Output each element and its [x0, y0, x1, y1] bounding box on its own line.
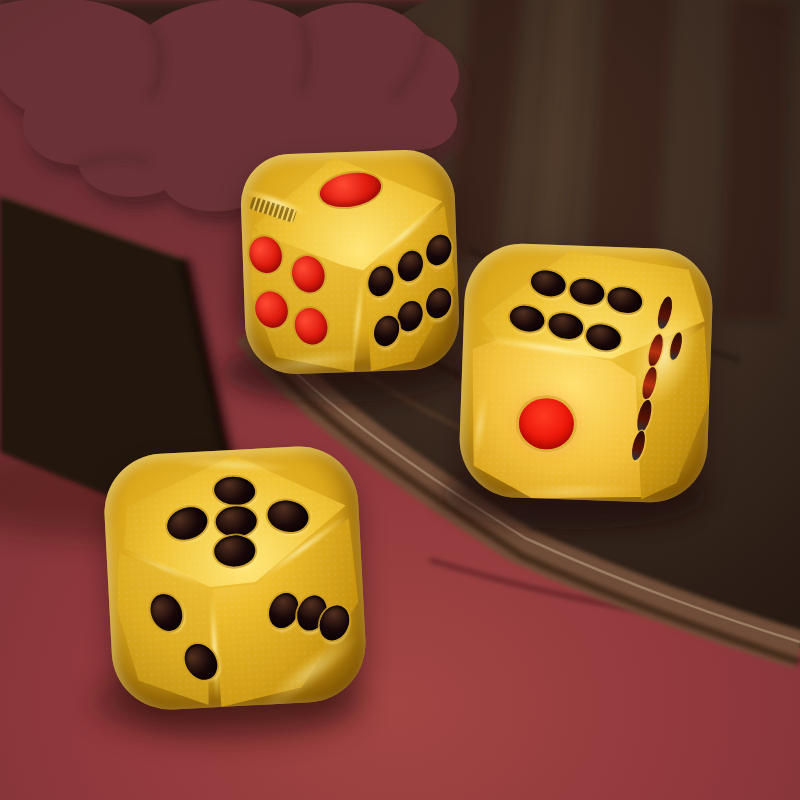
scene	[0, 0, 800, 800]
die-3	[101, 444, 368, 713]
dice-group	[0, 0, 800, 800]
die-1	[239, 148, 461, 375]
die-2	[458, 242, 715, 505]
